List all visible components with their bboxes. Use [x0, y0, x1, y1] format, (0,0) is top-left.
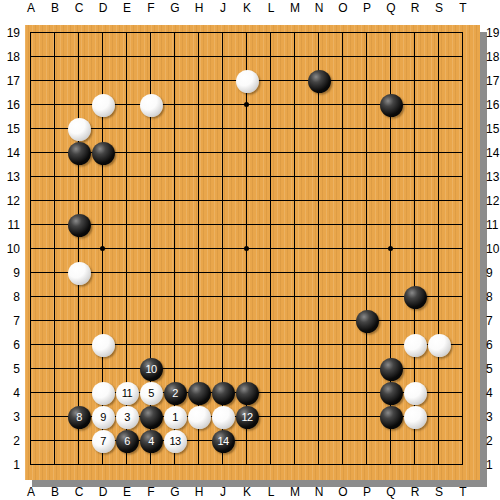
intersection-E16[interactable] [115, 93, 139, 117]
intersection-M11[interactable] [283, 213, 307, 237]
intersection-J4[interactable] [211, 381, 235, 405]
intersection-J10[interactable] [211, 237, 235, 261]
intersection-G10[interactable] [163, 237, 187, 261]
intersection-R16[interactable] [403, 93, 427, 117]
intersection-A11[interactable] [19, 213, 43, 237]
intersection-N12[interactable] [307, 189, 331, 213]
intersection-F8[interactable] [139, 285, 163, 309]
intersection-D4[interactable] [91, 381, 115, 405]
intersection-A17[interactable] [19, 69, 43, 93]
intersection-N7[interactable] [307, 309, 331, 333]
intersection-G8[interactable] [163, 285, 187, 309]
intersection-F13[interactable] [139, 165, 163, 189]
intersection-H17[interactable] [187, 69, 211, 93]
intersection-E11[interactable] [115, 213, 139, 237]
intersection-L9[interactable] [259, 261, 283, 285]
intersection-D7[interactable] [91, 309, 115, 333]
intersection-M12[interactable] [283, 189, 307, 213]
intersection-B5[interactable] [43, 357, 67, 381]
intersection-L18[interactable] [259, 45, 283, 69]
intersection-C13[interactable] [67, 165, 91, 189]
intersection-N5[interactable] [307, 357, 331, 381]
intersection-H18[interactable] [187, 45, 211, 69]
intersection-Q5[interactable] [379, 357, 403, 381]
intersection-N4[interactable] [307, 381, 331, 405]
intersection-D16[interactable] [91, 93, 115, 117]
intersection-B13[interactable] [43, 165, 67, 189]
intersection-N16[interactable] [307, 93, 331, 117]
intersection-C8[interactable] [67, 285, 91, 309]
intersection-R5[interactable] [403, 357, 427, 381]
intersection-T2[interactable] [451, 429, 475, 453]
intersection-O14[interactable] [331, 141, 355, 165]
intersection-M1[interactable] [283, 453, 307, 477]
intersection-F15[interactable] [139, 117, 163, 141]
intersection-A7[interactable] [19, 309, 43, 333]
intersection-R12[interactable] [403, 189, 427, 213]
intersection-E9[interactable] [115, 261, 139, 285]
intersection-N14[interactable] [307, 141, 331, 165]
intersection-B3[interactable] [43, 405, 67, 429]
intersection-J3[interactable] [211, 405, 235, 429]
intersection-H5[interactable] [187, 357, 211, 381]
intersection-K14[interactable] [235, 141, 259, 165]
intersection-R14[interactable] [403, 141, 427, 165]
intersection-C2[interactable] [67, 429, 91, 453]
intersection-M13[interactable] [283, 165, 307, 189]
intersection-T6[interactable] [451, 333, 475, 357]
intersection-C10[interactable] [67, 237, 91, 261]
intersection-G5[interactable] [163, 357, 187, 381]
intersection-B19[interactable] [43, 21, 67, 45]
intersection-F2[interactable]: 4 [139, 429, 163, 453]
intersection-E10[interactable] [115, 237, 139, 261]
intersection-G15[interactable] [163, 117, 187, 141]
intersection-R18[interactable] [403, 45, 427, 69]
intersection-L10[interactable] [259, 237, 283, 261]
intersection-P10[interactable] [355, 237, 379, 261]
intersection-K7[interactable] [235, 309, 259, 333]
intersection-B11[interactable] [43, 213, 67, 237]
intersection-P17[interactable] [355, 69, 379, 93]
intersection-N10[interactable] [307, 237, 331, 261]
intersection-H12[interactable] [187, 189, 211, 213]
intersection-D8[interactable] [91, 285, 115, 309]
intersection-F12[interactable] [139, 189, 163, 213]
intersection-C11[interactable] [67, 213, 91, 237]
intersection-B9[interactable] [43, 261, 67, 285]
intersection-J9[interactable] [211, 261, 235, 285]
intersection-G12[interactable] [163, 189, 187, 213]
intersection-E12[interactable] [115, 189, 139, 213]
intersection-P4[interactable] [355, 381, 379, 405]
intersection-C9[interactable] [67, 261, 91, 285]
intersection-K15[interactable] [235, 117, 259, 141]
intersection-A8[interactable] [19, 285, 43, 309]
intersection-S6[interactable] [427, 333, 451, 357]
intersection-J11[interactable] [211, 213, 235, 237]
intersection-D6[interactable] [91, 333, 115, 357]
intersection-F17[interactable] [139, 69, 163, 93]
intersection-A13[interactable] [19, 165, 43, 189]
intersection-K13[interactable] [235, 165, 259, 189]
intersection-M16[interactable] [283, 93, 307, 117]
intersection-O8[interactable] [331, 285, 355, 309]
intersection-O16[interactable] [331, 93, 355, 117]
intersection-F5[interactable]: 10 [139, 357, 163, 381]
intersection-O4[interactable] [331, 381, 355, 405]
intersection-M9[interactable] [283, 261, 307, 285]
intersection-Q4[interactable] [379, 381, 403, 405]
intersection-B7[interactable] [43, 309, 67, 333]
intersection-F6[interactable] [139, 333, 163, 357]
intersection-C3[interactable]: 8 [67, 405, 91, 429]
intersection-K9[interactable] [235, 261, 259, 285]
intersection-R1[interactable] [403, 453, 427, 477]
intersection-A5[interactable] [19, 357, 43, 381]
intersection-O5[interactable] [331, 357, 355, 381]
intersection-R10[interactable] [403, 237, 427, 261]
intersection-J7[interactable] [211, 309, 235, 333]
intersection-N2[interactable] [307, 429, 331, 453]
intersection-C12[interactable] [67, 189, 91, 213]
intersection-K18[interactable] [235, 45, 259, 69]
intersection-T5[interactable] [451, 357, 475, 381]
intersection-E3[interactable]: 3 [115, 405, 139, 429]
intersection-G6[interactable] [163, 333, 187, 357]
intersection-J12[interactable] [211, 189, 235, 213]
intersection-G19[interactable] [163, 21, 187, 45]
intersection-N11[interactable] [307, 213, 331, 237]
intersection-R15[interactable] [403, 117, 427, 141]
intersection-R17[interactable] [403, 69, 427, 93]
intersection-T3[interactable] [451, 405, 475, 429]
intersection-F16[interactable] [139, 93, 163, 117]
intersection-S18[interactable] [427, 45, 451, 69]
intersection-T14[interactable] [451, 141, 475, 165]
intersection-M4[interactable] [283, 381, 307, 405]
intersection-G3[interactable]: 1 [163, 405, 187, 429]
intersection-A16[interactable] [19, 93, 43, 117]
intersection-L4[interactable] [259, 381, 283, 405]
intersection-S13[interactable] [427, 165, 451, 189]
intersection-O9[interactable] [331, 261, 355, 285]
intersection-J2[interactable]: 14 [211, 429, 235, 453]
intersection-F14[interactable] [139, 141, 163, 165]
intersection-J1[interactable] [211, 453, 235, 477]
intersection-D18[interactable] [91, 45, 115, 69]
intersection-E5[interactable] [115, 357, 139, 381]
intersection-Q8[interactable] [379, 285, 403, 309]
intersection-Q11[interactable] [379, 213, 403, 237]
intersection-Q3[interactable] [379, 405, 403, 429]
intersection-D13[interactable] [91, 165, 115, 189]
intersection-D19[interactable] [91, 21, 115, 45]
intersection-M10[interactable] [283, 237, 307, 261]
intersection-P12[interactable] [355, 189, 379, 213]
intersection-R4[interactable] [403, 381, 427, 405]
intersection-P7[interactable] [355, 309, 379, 333]
intersection-H16[interactable] [187, 93, 211, 117]
intersection-O11[interactable] [331, 213, 355, 237]
intersection-E6[interactable] [115, 333, 139, 357]
intersection-S14[interactable] [427, 141, 451, 165]
intersection-M17[interactable] [283, 69, 307, 93]
intersection-K6[interactable] [235, 333, 259, 357]
intersection-H7[interactable] [187, 309, 211, 333]
intersection-N1[interactable] [307, 453, 331, 477]
intersection-Q2[interactable] [379, 429, 403, 453]
intersection-C19[interactable] [67, 21, 91, 45]
intersection-P18[interactable] [355, 45, 379, 69]
intersection-Q13[interactable] [379, 165, 403, 189]
intersection-H4[interactable] [187, 381, 211, 405]
intersection-O3[interactable] [331, 405, 355, 429]
intersection-L2[interactable] [259, 429, 283, 453]
intersection-K3[interactable]: 12 [235, 405, 259, 429]
intersection-H10[interactable] [187, 237, 211, 261]
intersection-C5[interactable] [67, 357, 91, 381]
intersection-C4[interactable] [67, 381, 91, 405]
intersection-G2[interactable]: 13 [163, 429, 187, 453]
intersection-H3[interactable] [187, 405, 211, 429]
intersection-G9[interactable] [163, 261, 187, 285]
intersection-S1[interactable] [427, 453, 451, 477]
intersection-P19[interactable] [355, 21, 379, 45]
intersection-F10[interactable] [139, 237, 163, 261]
intersection-F7[interactable] [139, 309, 163, 333]
intersection-M15[interactable] [283, 117, 307, 141]
intersection-P5[interactable] [355, 357, 379, 381]
intersection-R9[interactable] [403, 261, 427, 285]
intersection-S10[interactable] [427, 237, 451, 261]
intersection-E19[interactable] [115, 21, 139, 45]
intersection-J6[interactable] [211, 333, 235, 357]
intersection-L5[interactable] [259, 357, 283, 381]
intersection-A9[interactable] [19, 261, 43, 285]
intersection-T17[interactable] [451, 69, 475, 93]
intersection-S11[interactable] [427, 213, 451, 237]
intersection-S8[interactable] [427, 285, 451, 309]
intersection-G4[interactable]: 2 [163, 381, 187, 405]
intersection-Q10[interactable] [379, 237, 403, 261]
intersection-M5[interactable] [283, 357, 307, 381]
intersection-D11[interactable] [91, 213, 115, 237]
intersection-P3[interactable] [355, 405, 379, 429]
intersection-E13[interactable] [115, 165, 139, 189]
intersection-A14[interactable] [19, 141, 43, 165]
intersection-K19[interactable] [235, 21, 259, 45]
intersection-B15[interactable] [43, 117, 67, 141]
intersection-B17[interactable] [43, 69, 67, 93]
intersection-O10[interactable] [331, 237, 355, 261]
intersection-C7[interactable] [67, 309, 91, 333]
intersection-F3[interactable] [139, 405, 163, 429]
intersection-B8[interactable] [43, 285, 67, 309]
intersection-S7[interactable] [427, 309, 451, 333]
intersection-M8[interactable] [283, 285, 307, 309]
intersection-R11[interactable] [403, 213, 427, 237]
intersection-Q19[interactable] [379, 21, 403, 45]
intersection-T19[interactable] [451, 21, 475, 45]
intersection-N13[interactable] [307, 165, 331, 189]
intersection-N19[interactable] [307, 21, 331, 45]
intersection-E4[interactable]: 11 [115, 381, 139, 405]
intersection-R6[interactable] [403, 333, 427, 357]
intersection-S3[interactable] [427, 405, 451, 429]
intersection-P1[interactable] [355, 453, 379, 477]
intersection-C15[interactable] [67, 117, 91, 141]
intersection-R3[interactable] [403, 405, 427, 429]
intersection-S12[interactable] [427, 189, 451, 213]
intersection-K2[interactable] [235, 429, 259, 453]
intersection-A18[interactable] [19, 45, 43, 69]
intersection-O2[interactable] [331, 429, 355, 453]
intersection-B4[interactable] [43, 381, 67, 405]
intersection-T12[interactable] [451, 189, 475, 213]
intersection-O12[interactable] [331, 189, 355, 213]
intersection-T4[interactable] [451, 381, 475, 405]
intersection-S19[interactable] [427, 21, 451, 45]
intersection-S2[interactable] [427, 429, 451, 453]
intersection-R13[interactable] [403, 165, 427, 189]
intersection-Q14[interactable] [379, 141, 403, 165]
intersection-C16[interactable] [67, 93, 91, 117]
intersection-A12[interactable] [19, 189, 43, 213]
intersection-N8[interactable] [307, 285, 331, 309]
intersection-Q15[interactable] [379, 117, 403, 141]
intersection-P6[interactable] [355, 333, 379, 357]
intersection-R2[interactable] [403, 429, 427, 453]
intersection-K10[interactable] [235, 237, 259, 261]
intersection-N15[interactable] [307, 117, 331, 141]
intersection-D10[interactable] [91, 237, 115, 261]
intersection-A10[interactable] [19, 237, 43, 261]
intersection-M6[interactable] [283, 333, 307, 357]
intersection-L11[interactable] [259, 213, 283, 237]
intersection-R19[interactable] [403, 21, 427, 45]
intersection-H11[interactable] [187, 213, 211, 237]
intersection-O17[interactable] [331, 69, 355, 93]
intersection-K11[interactable] [235, 213, 259, 237]
intersection-C18[interactable] [67, 45, 91, 69]
intersection-A2[interactable] [19, 429, 43, 453]
intersection-G11[interactable] [163, 213, 187, 237]
intersection-N9[interactable] [307, 261, 331, 285]
intersection-Q17[interactable] [379, 69, 403, 93]
intersection-L13[interactable] [259, 165, 283, 189]
intersection-L8[interactable] [259, 285, 283, 309]
intersection-L14[interactable] [259, 141, 283, 165]
intersection-E15[interactable] [115, 117, 139, 141]
intersection-M14[interactable] [283, 141, 307, 165]
intersection-J19[interactable] [211, 21, 235, 45]
intersection-K4[interactable] [235, 381, 259, 405]
intersection-K12[interactable] [235, 189, 259, 213]
intersection-B18[interactable] [43, 45, 67, 69]
intersection-F9[interactable] [139, 261, 163, 285]
intersection-P11[interactable] [355, 213, 379, 237]
intersection-N18[interactable] [307, 45, 331, 69]
intersection-E17[interactable] [115, 69, 139, 93]
intersection-E1[interactable] [115, 453, 139, 477]
intersection-P15[interactable] [355, 117, 379, 141]
intersection-A15[interactable] [19, 117, 43, 141]
intersection-T11[interactable] [451, 213, 475, 237]
intersection-L16[interactable] [259, 93, 283, 117]
intersection-N6[interactable] [307, 333, 331, 357]
intersection-J14[interactable] [211, 141, 235, 165]
intersection-T1[interactable] [451, 453, 475, 477]
intersection-D15[interactable] [91, 117, 115, 141]
intersection-B6[interactable] [43, 333, 67, 357]
intersection-E8[interactable] [115, 285, 139, 309]
intersection-C17[interactable] [67, 69, 91, 93]
intersection-L15[interactable] [259, 117, 283, 141]
intersection-B10[interactable] [43, 237, 67, 261]
intersection-T9[interactable] [451, 261, 475, 285]
intersection-R8[interactable] [403, 285, 427, 309]
intersection-N3[interactable] [307, 405, 331, 429]
intersection-B14[interactable] [43, 141, 67, 165]
intersection-O1[interactable] [331, 453, 355, 477]
intersection-G7[interactable] [163, 309, 187, 333]
intersection-K17[interactable] [235, 69, 259, 93]
intersection-M2[interactable] [283, 429, 307, 453]
intersection-J8[interactable] [211, 285, 235, 309]
intersection-L7[interactable] [259, 309, 283, 333]
intersection-D9[interactable] [91, 261, 115, 285]
intersection-T15[interactable] [451, 117, 475, 141]
intersection-H2[interactable] [187, 429, 211, 453]
intersection-A1[interactable] [19, 453, 43, 477]
intersection-T18[interactable] [451, 45, 475, 69]
intersection-Q12[interactable] [379, 189, 403, 213]
intersection-E2[interactable]: 6 [115, 429, 139, 453]
intersection-N17[interactable] [307, 69, 331, 93]
intersection-F11[interactable] [139, 213, 163, 237]
intersection-H6[interactable] [187, 333, 211, 357]
intersection-S5[interactable] [427, 357, 451, 381]
intersection-F19[interactable] [139, 21, 163, 45]
intersection-J13[interactable] [211, 165, 235, 189]
intersection-K16[interactable] [235, 93, 259, 117]
intersection-H19[interactable] [187, 21, 211, 45]
intersection-D12[interactable] [91, 189, 115, 213]
intersection-A6[interactable] [19, 333, 43, 357]
intersection-L3[interactable] [259, 405, 283, 429]
intersection-L17[interactable] [259, 69, 283, 93]
intersection-P9[interactable] [355, 261, 379, 285]
intersection-J17[interactable] [211, 69, 235, 93]
intersection-M3[interactable] [283, 405, 307, 429]
intersection-S15[interactable] [427, 117, 451, 141]
intersection-H13[interactable] [187, 165, 211, 189]
intersection-E7[interactable] [115, 309, 139, 333]
intersection-R7[interactable] [403, 309, 427, 333]
intersection-P14[interactable] [355, 141, 379, 165]
intersection-Q16[interactable] [379, 93, 403, 117]
intersection-P13[interactable] [355, 165, 379, 189]
intersection-G17[interactable] [163, 69, 187, 93]
intersection-D14[interactable] [91, 141, 115, 165]
intersection-E14[interactable] [115, 141, 139, 165]
intersection-L12[interactable] [259, 189, 283, 213]
intersection-M18[interactable] [283, 45, 307, 69]
intersection-L1[interactable] [259, 453, 283, 477]
intersection-K1[interactable] [235, 453, 259, 477]
intersection-L19[interactable] [259, 21, 283, 45]
